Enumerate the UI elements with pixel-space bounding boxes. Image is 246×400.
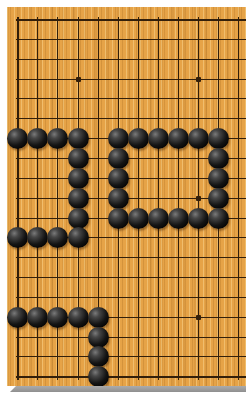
black-stone[interactable]	[168, 128, 189, 149]
grid-line	[16, 356, 246, 357]
black-stone[interactable]	[7, 227, 28, 248]
black-stone[interactable]	[27, 128, 48, 149]
grid-line	[16, 39, 246, 40]
black-stone[interactable]	[68, 148, 89, 169]
black-stone[interactable]	[148, 128, 169, 149]
star-point	[196, 196, 201, 201]
black-stone[interactable]	[68, 188, 89, 209]
black-stone[interactable]	[168, 208, 189, 229]
black-stone[interactable]	[88, 327, 109, 348]
black-stone[interactable]	[7, 307, 28, 328]
black-stone[interactable]	[47, 227, 68, 248]
star-point	[196, 77, 201, 82]
black-stone[interactable]	[68, 307, 89, 328]
grid-line	[16, 376, 246, 378]
black-stone[interactable]	[108, 188, 129, 209]
grid-line	[16, 337, 246, 338]
black-stone[interactable]	[68, 168, 89, 189]
black-stone[interactable]	[108, 148, 129, 169]
black-stone[interactable]	[47, 307, 68, 328]
grid-line	[16, 79, 246, 80]
go-diagram	[0, 0, 246, 400]
black-stone[interactable]	[7, 128, 28, 149]
black-stone[interactable]	[108, 208, 129, 229]
black-stone[interactable]	[47, 128, 68, 149]
grid-line	[16, 98, 246, 99]
black-stone[interactable]	[148, 208, 169, 229]
black-stone[interactable]	[208, 128, 229, 149]
black-stone[interactable]	[208, 208, 229, 229]
board-shadow	[10, 386, 246, 392]
black-stone[interactable]	[188, 208, 209, 229]
grid-line	[16, 277, 246, 278]
grid-line	[16, 118, 246, 119]
go-board[interactable]	[7, 7, 246, 386]
black-stone[interactable]	[88, 346, 109, 367]
black-stone[interactable]	[27, 227, 48, 248]
black-stone[interactable]	[68, 227, 89, 248]
grid-line	[16, 257, 246, 258]
black-stone[interactable]	[27, 307, 48, 328]
star-point	[76, 77, 81, 82]
star-point	[196, 315, 201, 320]
black-stone[interactable]	[188, 128, 209, 149]
grid-line	[16, 297, 246, 298]
black-stone[interactable]	[208, 188, 229, 209]
black-stone[interactable]	[68, 128, 89, 149]
black-stone[interactable]	[88, 307, 109, 328]
black-stone[interactable]	[108, 168, 129, 189]
black-stone[interactable]	[128, 128, 149, 149]
black-stone[interactable]	[108, 128, 129, 149]
grid-line	[16, 59, 246, 60]
black-stone[interactable]	[208, 148, 229, 169]
black-stone[interactable]	[208, 168, 229, 189]
grid-line	[16, 19, 246, 21]
black-stone[interactable]	[88, 366, 109, 387]
black-stone[interactable]	[68, 208, 89, 229]
black-stone[interactable]	[128, 208, 149, 229]
